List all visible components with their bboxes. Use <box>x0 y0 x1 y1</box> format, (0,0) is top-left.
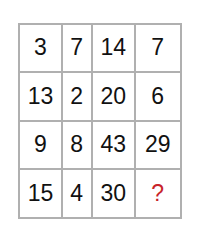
cell-r4c3: 30 <box>93 170 134 217</box>
cell-r3c4: 29 <box>136 122 180 169</box>
puzzle-grid: 3 7 14 7 13 2 20 6 9 8 43 29 15 4 30 ? <box>18 23 182 219</box>
cell-r1c4: 7 <box>136 25 180 72</box>
cell-r1c2: 7 <box>63 25 91 72</box>
cell-r3c2: 8 <box>63 122 91 169</box>
cell-r4c4-unknown: ? <box>136 170 180 217</box>
cell-r2c4: 6 <box>136 73 180 120</box>
cell-r3c1: 9 <box>20 122 61 169</box>
cell-r2c2: 2 <box>63 73 91 120</box>
cell-r4c2: 4 <box>63 170 91 217</box>
cell-r4c1: 15 <box>20 170 61 217</box>
cell-r2c1: 13 <box>20 73 61 120</box>
cell-r3c3: 43 <box>93 122 134 169</box>
cell-r1c1: 3 <box>20 25 61 72</box>
cell-r1c3: 14 <box>93 25 134 72</box>
cell-r2c3: 20 <box>93 73 134 120</box>
